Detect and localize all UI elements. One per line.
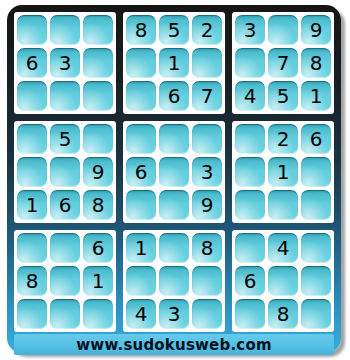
cell-r3c6[interactable]: 7	[192, 81, 222, 111]
cell-r1c9[interactable]: 9	[301, 15, 331, 45]
cell-r2c5[interactable]: 1	[159, 48, 189, 78]
cell-r1c4[interactable]: 8	[126, 15, 156, 45]
cell-r2c1[interactable]: 6	[17, 48, 47, 78]
cell-r3c5[interactable]: 6	[159, 81, 189, 111]
cell-r9c8[interactable]: 8	[268, 299, 298, 329]
block-1-3: 3978451	[232, 12, 334, 114]
cell-r5c6[interactable]: 3	[192, 157, 222, 187]
cell-r1c6[interactable]: 2	[192, 15, 222, 45]
cell-r8c2[interactable]	[50, 266, 80, 296]
cell-r3c9[interactable]: 1	[301, 81, 331, 111]
cell-r2c8[interactable]: 7	[268, 48, 298, 78]
cell-r4c8[interactable]: 2	[268, 124, 298, 154]
cell-r7c7[interactable]	[235, 233, 265, 263]
cell-r8c7[interactable]: 6	[235, 266, 265, 296]
block-3-2: 1843	[123, 230, 225, 332]
block-2-3: 261	[232, 121, 334, 223]
cell-r9c7[interactable]	[235, 299, 265, 329]
cell-r5c8[interactable]: 1	[268, 157, 298, 187]
cell-r5c4[interactable]: 6	[126, 157, 156, 187]
sudoku-board: 638521673978451591686392616811843468	[14, 12, 334, 332]
cell-r4c5[interactable]	[159, 124, 189, 154]
cell-r2c7[interactable]	[235, 48, 265, 78]
footer-band: www.sudokusweb.com	[14, 334, 334, 355]
cell-r5c1[interactable]	[17, 157, 47, 187]
cell-r7c4[interactable]: 1	[126, 233, 156, 263]
cell-r1c1[interactable]	[17, 15, 47, 45]
cell-r4c7[interactable]	[235, 124, 265, 154]
cell-r6c7[interactable]	[235, 190, 265, 220]
cell-r5c5[interactable]	[159, 157, 189, 187]
cell-r9c2[interactable]	[50, 299, 80, 329]
cell-r6c5[interactable]	[159, 190, 189, 220]
cell-r8c5[interactable]	[159, 266, 189, 296]
cell-r4c9[interactable]: 6	[301, 124, 331, 154]
cell-r6c9[interactable]	[301, 190, 331, 220]
cell-r1c8[interactable]	[268, 15, 298, 45]
cell-r9c6[interactable]	[192, 299, 222, 329]
cell-r5c2[interactable]	[50, 157, 80, 187]
cell-r7c5[interactable]	[159, 233, 189, 263]
cell-r8c1[interactable]: 8	[17, 266, 47, 296]
cell-r7c9[interactable]	[301, 233, 331, 263]
block-3-3: 468	[232, 230, 334, 332]
sudoku-widget: 638521673978451591686392616811843468 www…	[0, 0, 350, 360]
cell-r3c4[interactable]	[126, 81, 156, 111]
site-url[interactable]: www.sudokusweb.com	[76, 336, 271, 354]
cell-r7c3[interactable]: 6	[83, 233, 113, 263]
cell-r6c4[interactable]	[126, 190, 156, 220]
cell-r3c1[interactable]	[17, 81, 47, 111]
cell-r8c6[interactable]	[192, 266, 222, 296]
cell-r3c2[interactable]	[50, 81, 80, 111]
block-2-2: 639	[123, 121, 225, 223]
cell-r6c6[interactable]: 9	[192, 190, 222, 220]
cell-r2c2[interactable]: 3	[50, 48, 80, 78]
cell-r6c1[interactable]: 1	[17, 190, 47, 220]
cell-r1c3[interactable]	[83, 15, 113, 45]
cell-r1c2[interactable]	[50, 15, 80, 45]
cell-r4c4[interactable]	[126, 124, 156, 154]
cell-r4c6[interactable]	[192, 124, 222, 154]
cell-r1c5[interactable]: 5	[159, 15, 189, 45]
cell-r4c1[interactable]	[17, 124, 47, 154]
cell-r4c2[interactable]: 5	[50, 124, 80, 154]
block-3-1: 681	[14, 230, 116, 332]
cell-r5c9[interactable]	[301, 157, 331, 187]
cell-r7c6[interactable]: 8	[192, 233, 222, 263]
block-1-1: 63	[14, 12, 116, 114]
cell-r7c1[interactable]	[17, 233, 47, 263]
cell-r9c4[interactable]: 4	[126, 299, 156, 329]
cell-r3c8[interactable]: 5	[268, 81, 298, 111]
cell-r7c8[interactable]: 4	[268, 233, 298, 263]
cell-r6c8[interactable]	[268, 190, 298, 220]
cell-r8c8[interactable]	[268, 266, 298, 296]
cell-r7c2[interactable]	[50, 233, 80, 263]
cell-r5c3[interactable]: 9	[83, 157, 113, 187]
block-1-2: 852167	[123, 12, 225, 114]
cell-r6c3[interactable]: 8	[83, 190, 113, 220]
block-2-1: 59168	[14, 121, 116, 223]
board-frame: 638521673978451591686392616811843468 www…	[7, 5, 341, 353]
cell-r8c4[interactable]	[126, 266, 156, 296]
cell-r9c5[interactable]: 3	[159, 299, 189, 329]
cell-r6c2[interactable]: 6	[50, 190, 80, 220]
cell-r2c9[interactable]: 8	[301, 48, 331, 78]
cell-r8c3[interactable]: 1	[83, 266, 113, 296]
cell-r2c3[interactable]	[83, 48, 113, 78]
cell-r3c3[interactable]	[83, 81, 113, 111]
cell-r2c6[interactable]	[192, 48, 222, 78]
cell-r2c4[interactable]	[126, 48, 156, 78]
cell-r3c7[interactable]: 4	[235, 81, 265, 111]
cell-r4c3[interactable]	[83, 124, 113, 154]
cell-r1c7[interactable]: 3	[235, 15, 265, 45]
cell-r5c7[interactable]	[235, 157, 265, 187]
cell-r9c9[interactable]	[301, 299, 331, 329]
cell-r8c9[interactable]	[301, 266, 331, 296]
cell-r9c3[interactable]	[83, 299, 113, 329]
cell-r9c1[interactable]	[17, 299, 47, 329]
